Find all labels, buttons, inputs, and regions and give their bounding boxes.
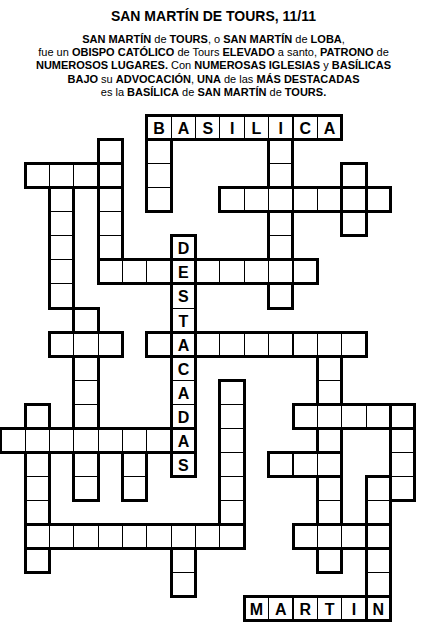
cell [146,259,171,284]
cell [341,332,366,357]
cell [341,187,366,212]
cell-letter: S [171,283,196,308]
cell [268,235,293,260]
cell [146,163,171,188]
cell [98,235,123,260]
cell [49,259,74,284]
cell [122,452,147,477]
cell-letter: E [171,259,196,284]
cell [366,404,391,429]
cell [49,163,74,188]
cell [98,187,123,212]
cell [293,452,318,477]
cell [317,356,342,381]
cell [0,428,25,453]
cell-letter: T [317,596,342,621]
cell [25,428,50,453]
cell-letter: I [219,115,244,140]
cell [73,524,98,549]
cell [49,428,74,453]
cell [293,524,318,549]
cell [366,548,391,573]
cell-letter: A [171,332,196,357]
cell [390,452,415,477]
cell [219,187,244,212]
cell [98,139,123,164]
cell [317,404,342,429]
cell [317,476,342,501]
cell [317,332,342,357]
cell-letter: D [171,235,196,260]
cell [317,548,342,573]
cell [244,332,269,357]
cell [98,332,123,357]
cell [268,139,293,164]
cell [293,404,318,429]
cell [25,524,50,549]
cell [268,163,293,188]
cell [390,404,415,429]
cell [244,259,269,284]
cell [366,524,391,549]
cell-letter: A [317,115,342,140]
clue-line: BAJO su ADVOCACIÓN, UNA de las MÁS DESTA… [0,73,427,86]
cell [98,428,123,453]
cell [25,163,50,188]
cell [25,476,50,501]
cell [341,404,366,429]
cell [73,380,98,405]
cell [73,452,98,477]
cell [268,332,293,357]
clue-line: SAN MARTÍN de TOURS, o SAN MARTÍN de LOB… [0,33,427,46]
cell [73,428,98,453]
cell-letter: A [171,115,196,140]
cell [98,259,123,284]
cell-letter: S [195,115,220,140]
cell [219,428,244,453]
cell [390,476,415,501]
cell [366,476,391,501]
cell [73,163,98,188]
cell [73,332,98,357]
cell [293,259,318,284]
cell [219,404,244,429]
cell [146,428,171,453]
cell [219,524,244,549]
cell-letter: M [244,596,269,621]
cell [171,524,196,549]
cell [146,332,171,357]
cell [122,428,147,453]
cell [98,211,123,236]
cell [341,163,366,188]
cell [341,524,366,549]
cell [293,332,318,357]
cell [73,356,98,381]
cell [122,259,147,284]
cell-letter: T [171,308,196,333]
cell [25,452,50,477]
cell [122,476,147,501]
cell [341,211,366,236]
cell-letter: N [366,596,391,621]
cell [219,500,244,525]
cell [317,380,342,405]
cell [268,259,293,284]
cell-letter: I [341,596,366,621]
cell-letter: A [171,380,196,405]
cell [25,404,50,429]
cell [49,283,74,308]
cell [268,187,293,212]
cell [366,572,391,597]
cell [25,500,50,525]
cell [219,259,244,284]
cell-letter: L [244,115,269,140]
cell-letter: B [146,115,171,140]
cell [49,235,74,260]
cell-letter: S [171,452,196,477]
clue-line: NUMEROSOS LUGARES. Con NUMEROSAS IGLESIA… [0,59,427,72]
cell [73,308,98,333]
cell [219,332,244,357]
cell [366,187,391,212]
cell [122,524,147,549]
cell [146,139,171,164]
cell [195,332,220,357]
cell [73,404,98,429]
cell [268,211,293,236]
cell [219,380,244,405]
cell [171,572,196,597]
cell [195,259,220,284]
cell-letter: A [268,596,293,621]
clue-paragraph: SAN MARTÍN de TOURS, o SAN MARTÍN de LOB… [0,33,427,99]
cell-letter: C [171,356,196,381]
cell [390,428,415,453]
cell-letter: D [171,404,196,429]
page-title: SAN MARTÍN DE TOURS, 11/11 [0,8,427,24]
cell [73,476,98,501]
cell [171,548,196,573]
cell-letter: A [171,428,196,453]
cell [219,452,244,477]
cell [49,187,74,212]
cell [366,500,391,525]
cell [268,283,293,308]
cell [146,524,171,549]
cell [244,187,269,212]
cell [98,524,123,549]
cell [49,332,74,357]
cell [49,524,74,549]
puzzle-page: SAN MARTÍN DE TOURS, 11/11 SAN MARTÍN de… [0,0,427,628]
cell [317,428,342,453]
cell [98,163,123,188]
cell [317,187,342,212]
cell [317,524,342,549]
cell [146,187,171,212]
cell [317,452,342,477]
cell [219,476,244,501]
cell-letter: R [293,596,318,621]
cell [293,187,318,212]
cell [25,548,50,573]
clue-line: es la BASÍLICA de SAN MARTÍN de TOURS. [0,86,427,99]
cell-letter: I [268,115,293,140]
cell [49,211,74,236]
clue-line: fue un OBISPO CATÓLICO de Tours ELEVADO … [0,46,427,59]
cell [195,524,220,549]
cell-letter: C [293,115,318,140]
cell [317,500,342,525]
cell [268,452,293,477]
